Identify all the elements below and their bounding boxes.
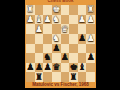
square-f8 bbox=[43, 72, 52, 82]
square-h1: ♜ bbox=[26, 5, 35, 15]
square-d5 bbox=[61, 44, 70, 54]
black-pawn: ♟ bbox=[26, 63, 34, 72]
white-rook: ♜ bbox=[87, 5, 95, 14]
square-d6: ♟ bbox=[61, 53, 70, 63]
square-d7 bbox=[61, 63, 70, 73]
white-pawn: ♟ bbox=[44, 15, 52, 24]
black-pawn: ♟ bbox=[44, 63, 52, 72]
square-b4: ♟ bbox=[78, 34, 87, 44]
black-rook: ♜ bbox=[35, 73, 43, 82]
square-b3 bbox=[78, 24, 87, 34]
square-b6 bbox=[78, 53, 87, 63]
square-g8: ♜ bbox=[35, 72, 44, 82]
square-e7: ♛ bbox=[52, 63, 61, 73]
white-knight: ♞ bbox=[52, 15, 60, 24]
white-rook: ♜ bbox=[26, 5, 34, 14]
square-a8 bbox=[86, 72, 95, 82]
square-g1 bbox=[35, 5, 44, 15]
square-e1: ♚ bbox=[52, 5, 61, 15]
white-pawn: ♟ bbox=[35, 25, 43, 34]
square-a4: ♟ bbox=[86, 34, 95, 44]
black-pawn: ♟ bbox=[87, 53, 95, 62]
letterbox-right bbox=[96, 0, 120, 90]
black-pawn: ♟ bbox=[35, 63, 43, 72]
white-pawn: ♟ bbox=[87, 34, 95, 43]
square-e6 bbox=[52, 53, 61, 63]
black-queen: ♛ bbox=[52, 63, 60, 72]
square-f5 bbox=[43, 44, 52, 54]
square-b8 bbox=[78, 72, 87, 82]
white-king: ♚ bbox=[52, 5, 60, 14]
square-h4 bbox=[26, 34, 35, 44]
square-g7: ♟ bbox=[35, 63, 44, 73]
square-f6: ♞ bbox=[43, 53, 52, 63]
square-a1: ♜ bbox=[86, 5, 95, 15]
square-b7: ♝ bbox=[78, 63, 87, 73]
square-c6 bbox=[69, 53, 78, 63]
square-c8: ♜ bbox=[69, 72, 78, 82]
black-bishop: ♝ bbox=[78, 63, 86, 72]
square-a5 bbox=[86, 44, 95, 54]
square-f1 bbox=[43, 5, 52, 15]
square-b5 bbox=[78, 44, 87, 54]
square-f4 bbox=[43, 34, 52, 44]
white-bishop: ♝ bbox=[35, 15, 43, 24]
white-pawn: ♟ bbox=[87, 15, 95, 24]
square-h6 bbox=[26, 53, 35, 63]
square-a7 bbox=[86, 63, 95, 73]
square-e8 bbox=[52, 72, 61, 82]
black-pawn: ♟ bbox=[52, 44, 60, 53]
square-g4 bbox=[35, 34, 44, 44]
black-pawn: ♟ bbox=[61, 53, 69, 62]
square-c5 bbox=[69, 44, 78, 54]
white-knight: ♞ bbox=[52, 34, 60, 43]
game-caption: Matulovic vs Fischer, 1968 bbox=[25, 82, 96, 88]
black-rook: ♜ bbox=[69, 73, 77, 82]
square-b2: ♟ bbox=[78, 15, 87, 25]
square-c7: ♚ bbox=[69, 63, 78, 73]
square-h5 bbox=[26, 44, 35, 54]
square-g3: ♟ bbox=[35, 24, 44, 34]
square-e3 bbox=[52, 24, 61, 34]
square-f2: ♟ bbox=[43, 15, 52, 25]
square-g2: ♝ bbox=[35, 15, 44, 25]
white-pawn: ♟ bbox=[78, 15, 86, 24]
square-h3 bbox=[26, 24, 35, 34]
white-pawn: ♟ bbox=[26, 15, 34, 24]
square-d3: ♛ bbox=[61, 24, 70, 34]
square-e2: ♞ bbox=[52, 15, 61, 25]
black-knight: ♞ bbox=[44, 53, 52, 62]
chessboard: ♜♚♜♟♝♟♞♟♟♟♛♞♟♟♟♞♟♟♟♟♟♛♚♝♜♜ bbox=[26, 5, 95, 82]
square-c3 bbox=[69, 24, 78, 34]
square-b1 bbox=[78, 5, 87, 15]
square-f3 bbox=[43, 24, 52, 34]
letterbox-left bbox=[0, 0, 25, 90]
square-d8 bbox=[61, 72, 70, 82]
square-d4 bbox=[61, 34, 70, 44]
channel-title: Chess Book bbox=[25, 0, 96, 4]
square-f7: ♟ bbox=[43, 63, 52, 73]
square-g6 bbox=[35, 53, 44, 63]
square-h8 bbox=[26, 72, 35, 82]
black-king: ♚ bbox=[69, 63, 77, 72]
square-e5: ♟ bbox=[52, 44, 61, 54]
square-h7: ♟ bbox=[26, 63, 35, 73]
square-c2 bbox=[69, 15, 78, 25]
square-a6: ♟ bbox=[86, 53, 95, 63]
square-g5 bbox=[35, 44, 44, 54]
white-queen: ♛ bbox=[61, 25, 69, 34]
square-c1 bbox=[69, 5, 78, 15]
square-a3 bbox=[86, 24, 95, 34]
square-a2: ♟ bbox=[86, 15, 95, 25]
diagram-panel: Chess Book ♜♚♜♟♝♟♞♟♟♟♛♞♟♟♟♞♟♟♟♟♟♛♚♝♜♜ Ma… bbox=[25, 0, 96, 88]
square-e4: ♞ bbox=[52, 34, 61, 44]
square-d2 bbox=[61, 15, 70, 25]
black-pawn: ♟ bbox=[78, 34, 86, 43]
square-h2: ♟ bbox=[26, 15, 35, 25]
square-c4 bbox=[69, 34, 78, 44]
square-d1 bbox=[61, 5, 70, 15]
